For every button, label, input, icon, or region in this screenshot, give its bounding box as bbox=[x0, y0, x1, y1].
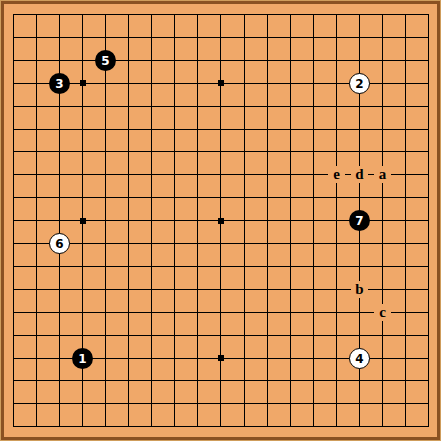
point-label-c: c bbox=[374, 304, 391, 321]
grid-line-horizontal bbox=[13, 14, 429, 15]
grid-line-horizontal bbox=[13, 129, 429, 130]
grid-line-horizontal bbox=[13, 106, 429, 107]
grid-line-vertical bbox=[405, 14, 406, 427]
grid-line-horizontal bbox=[13, 380, 429, 381]
point-label-e: e bbox=[328, 166, 345, 183]
black-stone-Q10: 7 bbox=[349, 210, 370, 231]
move-number: 7 bbox=[355, 215, 363, 227]
move-number: 6 bbox=[55, 238, 63, 250]
grid-line-horizontal bbox=[13, 312, 429, 313]
grid-line-vertical bbox=[382, 14, 383, 427]
grid-line-horizontal bbox=[13, 335, 429, 336]
grid-line-horizontal bbox=[13, 266, 429, 267]
white-stone-Q16: 2 bbox=[349, 73, 370, 94]
star-point bbox=[218, 355, 224, 361]
point-label-d: d bbox=[351, 166, 368, 183]
star-point bbox=[80, 218, 86, 224]
star-point bbox=[218, 218, 224, 224]
grid-line-horizontal bbox=[13, 403, 429, 404]
grid-line-vertical bbox=[290, 14, 291, 427]
point-label-b: b bbox=[351, 281, 368, 298]
grid-line-horizontal bbox=[13, 197, 429, 198]
black-stone-C16: 3 bbox=[49, 73, 70, 94]
grid-line-horizontal bbox=[13, 426, 429, 427]
grid-line-vertical bbox=[267, 14, 268, 427]
grid-line-horizontal bbox=[13, 243, 429, 244]
move-number: 5 bbox=[101, 55, 109, 67]
move-number: 2 bbox=[355, 78, 363, 90]
grid-line-vertical bbox=[336, 14, 337, 427]
white-stone-C9: 6 bbox=[49, 233, 70, 254]
grid-line-horizontal bbox=[13, 60, 429, 61]
star-point bbox=[80, 80, 86, 86]
black-stone-E17: 5 bbox=[95, 50, 116, 71]
point-label-a: a bbox=[374, 166, 391, 183]
move-number: 4 bbox=[355, 353, 363, 365]
grid-line-horizontal bbox=[13, 151, 429, 152]
grid-line-vertical bbox=[244, 14, 245, 427]
move-number: 1 bbox=[78, 353, 86, 365]
grid-line-vertical bbox=[313, 14, 314, 427]
go-board-diagram: abcde1234567 bbox=[0, 0, 441, 441]
white-stone-Q4: 4 bbox=[349, 348, 370, 369]
black-stone-D4: 1 bbox=[72, 348, 93, 369]
grid-line-vertical bbox=[428, 14, 429, 427]
star-point bbox=[218, 80, 224, 86]
grid-line-horizontal bbox=[13, 37, 429, 38]
move-number: 3 bbox=[55, 78, 63, 90]
